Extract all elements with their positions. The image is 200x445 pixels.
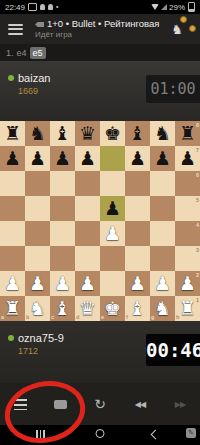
rewind-button[interactable]: ◀◀ — [125, 389, 155, 419]
file-label: b — [26, 314, 29, 320]
square-c8[interactable]: ♝ — [50, 121, 75, 146]
square-d8[interactable]: ♛ — [75, 121, 100, 146]
knight-icon: ♞ — [171, 22, 183, 37]
flip-board-icon: ↻ — [94, 396, 106, 412]
recents-button[interactable] — [36, 430, 45, 439]
square-e3[interactable] — [100, 246, 125, 271]
square-a7[interactable]: ♟ — [0, 146, 25, 171]
white-pawn: ♟ — [125, 271, 150, 296]
square-a6[interactable] — [0, 171, 25, 196]
coin-badge — [189, 25, 196, 32]
square-f5[interactable] — [125, 196, 150, 221]
square-g6[interactable] — [150, 171, 175, 196]
black-king: ♚ — [100, 121, 125, 146]
pen-capture-icon[interactable]: ✎ — [186, 428, 196, 438]
square-h5[interactable]: 5 — [175, 196, 200, 221]
square-e5[interactable]: ♟ — [100, 196, 125, 221]
square-e8[interactable]: ♚ — [100, 121, 125, 146]
black-bishop: ♝ — [50, 121, 75, 146]
rewind-icon: ◀◀ — [135, 400, 145, 409]
opponent-name[interactable]: baizan — [18, 72, 50, 84]
file-label: c — [51, 314, 54, 320]
black-pawn: ♟ — [125, 146, 150, 171]
battery-icon — [188, 2, 195, 12]
list-icon — [14, 399, 27, 410]
player-rating: 1712 — [18, 346, 64, 356]
square-b1[interactable]: ♞b — [25, 296, 50, 321]
square-c5[interactable] — [50, 196, 75, 221]
android-status-bar: 22:49 • 29% — [0, 0, 200, 14]
opponent-clock: 01:00 — [146, 75, 200, 103]
rank-label: 3 — [196, 247, 199, 253]
game-toolbar: ↻ ◀◀ ▶▶ — [0, 383, 200, 425]
online-indicator — [8, 335, 14, 341]
rank-label: 6 — [196, 172, 199, 178]
square-e7[interactable] — [100, 146, 125, 171]
square-h4[interactable]: 4 — [175, 221, 200, 246]
square-f2[interactable]: ♟ — [125, 271, 150, 296]
square-e4[interactable]: ♟ — [100, 221, 125, 246]
black-pawn: ♟ — [150, 146, 175, 171]
square-a3[interactable] — [0, 246, 25, 271]
rank-label: 4 — [196, 222, 199, 228]
square-f3[interactable] — [125, 246, 150, 271]
chat-icon — [54, 400, 67, 409]
notification-bell-icon — [48, 4, 53, 10]
rank-label: 7 — [196, 147, 199, 153]
battery-percent: 29% — [169, 3, 185, 12]
square-b6[interactable] — [25, 171, 50, 196]
square-b2[interactable]: ♟ — [25, 271, 50, 296]
square-a8[interactable]: ♜ — [0, 121, 25, 146]
black-knight: ♞ — [150, 121, 175, 146]
opponent-rating: 1669 — [18, 86, 50, 96]
square-e1[interactable]: ♚e — [100, 296, 125, 321]
black-pawn: ♟ — [25, 146, 50, 171]
game-status: Идёт игра — [35, 30, 159, 39]
more-notifications-dot: • — [56, 4, 58, 10]
white-pawn: ♟ — [100, 221, 125, 246]
online-indicator — [8, 75, 14, 81]
square-f1[interactable]: ♝f — [125, 296, 150, 321]
move-current[interactable]: e5 — [30, 47, 46, 59]
move-list[interactable]: 1. e4 e5 — [0, 44, 200, 61]
white-pawn: ♟ — [75, 271, 100, 296]
square-d2[interactable]: ♟ — [75, 271, 100, 296]
square-h6[interactable]: 6 — [175, 171, 200, 196]
square-h1[interactable]: ♜1h — [175, 296, 200, 321]
black-pawn: ♟ — [75, 146, 100, 171]
file-label: a — [1, 314, 4, 320]
rank-label: 5 — [196, 197, 199, 203]
flip-board-button[interactable]: ↻ — [85, 389, 115, 419]
square-d7[interactable]: ♟ — [75, 146, 100, 171]
move-white[interactable]: e4 — [17, 48, 27, 58]
square-c4[interactable] — [50, 221, 75, 246]
fast-forward-icon: ▶▶ — [175, 400, 185, 409]
square-c2[interactable]: ♟ — [50, 271, 75, 296]
app-bar: 1+0 • Bullet • Рейтинговая Идёт игра ♞ — [0, 14, 200, 44]
white-bishop: ♝ — [125, 296, 150, 321]
home-button[interactable] — [96, 429, 105, 438]
white-pawn: ♟ — [50, 271, 75, 296]
file-label: f — [126, 314, 128, 320]
chess-board[interactable]: ♜♞♝♛♚♝♞♜8♟♟♟♟♟♟♟76♟5♟43♟♟♟♟♟♟♟2♜a♞b♝c♛d♚… — [0, 121, 200, 321]
file-label: e — [101, 314, 104, 320]
square-g1[interactable]: ♞g — [150, 296, 175, 321]
square-c3[interactable] — [50, 246, 75, 271]
square-c7[interactable]: ♟ — [50, 146, 75, 171]
black-rook: ♜ — [0, 121, 25, 146]
screenshot-notification-icon — [28, 3, 37, 11]
back-button[interactable] — [151, 430, 161, 440]
square-g7[interactable]: ♟ — [150, 146, 175, 171]
square-a2[interactable]: ♟ — [0, 271, 25, 296]
square-b4[interactable] — [25, 221, 50, 246]
list-button[interactable] — [5, 389, 35, 419]
square-d1[interactable]: ♛d — [75, 296, 100, 321]
rank-label: 2 — [196, 272, 199, 278]
menu-icon[interactable] — [8, 24, 23, 35]
notification-bell-icon — [40, 4, 45, 10]
square-b5[interactable] — [25, 196, 50, 221]
game-title: 1+0 • Bullet • Рейтинговая — [47, 19, 159, 30]
square-a4[interactable] — [0, 221, 25, 246]
square-c6[interactable] — [50, 171, 75, 196]
square-e6[interactable] — [100, 171, 125, 196]
square-d4[interactable] — [75, 221, 100, 246]
square-e2[interactable] — [100, 271, 125, 296]
fast-forward-button[interactable]: ▶▶ — [165, 389, 195, 419]
square-c1[interactable]: ♝c — [50, 296, 75, 321]
square-g4[interactable] — [150, 221, 175, 246]
black-pawn: ♟ — [0, 146, 25, 171]
square-a1[interactable]: ♜a — [0, 296, 25, 321]
square-g5[interactable] — [150, 196, 175, 221]
black-knight: ♞ — [25, 121, 50, 146]
square-f6[interactable] — [125, 171, 150, 196]
file-label: d — [76, 314, 79, 320]
white-pawn: ♟ — [0, 271, 25, 296]
black-bishop: ♝ — [125, 121, 150, 146]
rank-label: 1 — [196, 297, 199, 303]
file-label: h — [176, 314, 179, 320]
opponent-bar: baizan 1669 01:00 — [0, 61, 200, 121]
player-bar: ozna75-9 1712 00:46 — [0, 321, 200, 383]
player-clock: 00:46 — [146, 334, 200, 366]
square-h2[interactable]: ♟2 — [175, 271, 200, 296]
black-pawn: ♟ — [50, 146, 75, 171]
square-h7[interactable]: ♟7 — [175, 146, 200, 171]
square-a5[interactable] — [0, 196, 25, 221]
square-b8[interactable]: ♞ — [25, 121, 50, 146]
square-g8[interactable]: ♞ — [150, 121, 175, 146]
square-b7[interactable]: ♟ — [25, 146, 50, 171]
coin-badge — [180, 16, 187, 23]
black-queen: ♛ — [75, 121, 100, 146]
square-g2[interactable]: ♟ — [150, 271, 175, 296]
square-g3[interactable] — [150, 246, 175, 271]
file-label: g — [151, 314, 154, 320]
square-h3[interactable]: 3 — [175, 246, 200, 271]
square-f4[interactable] — [125, 221, 150, 246]
chat-button[interactable] — [45, 389, 75, 419]
wifi-icon — [151, 4, 159, 10]
black-pawn: ♟ — [100, 196, 125, 221]
rank-label: 8 — [196, 122, 199, 128]
cell-signal-icon — [161, 4, 167, 10]
knight-coin-button[interactable]: ♞ — [171, 20, 183, 38]
square-b3[interactable] — [25, 246, 50, 271]
square-h8[interactable]: ♜8 — [175, 121, 200, 146]
square-f7[interactable]: ♟ — [125, 146, 150, 171]
clock-time: 22:49 — [5, 3, 25, 12]
white-pawn: ♟ — [150, 271, 175, 296]
square-f8[interactable]: ♝ — [125, 121, 150, 146]
square-d5[interactable] — [75, 196, 100, 221]
square-d6[interactable] — [75, 171, 100, 196]
white-pawn: ♟ — [25, 271, 50, 296]
bullet-time-control-icon — [35, 22, 44, 27]
player-name[interactable]: ozna75-9 — [18, 332, 64, 344]
square-d3[interactable] — [75, 246, 100, 271]
move-number: 1. — [6, 48, 14, 58]
android-nav-bar: ✎ — [0, 425, 200, 445]
